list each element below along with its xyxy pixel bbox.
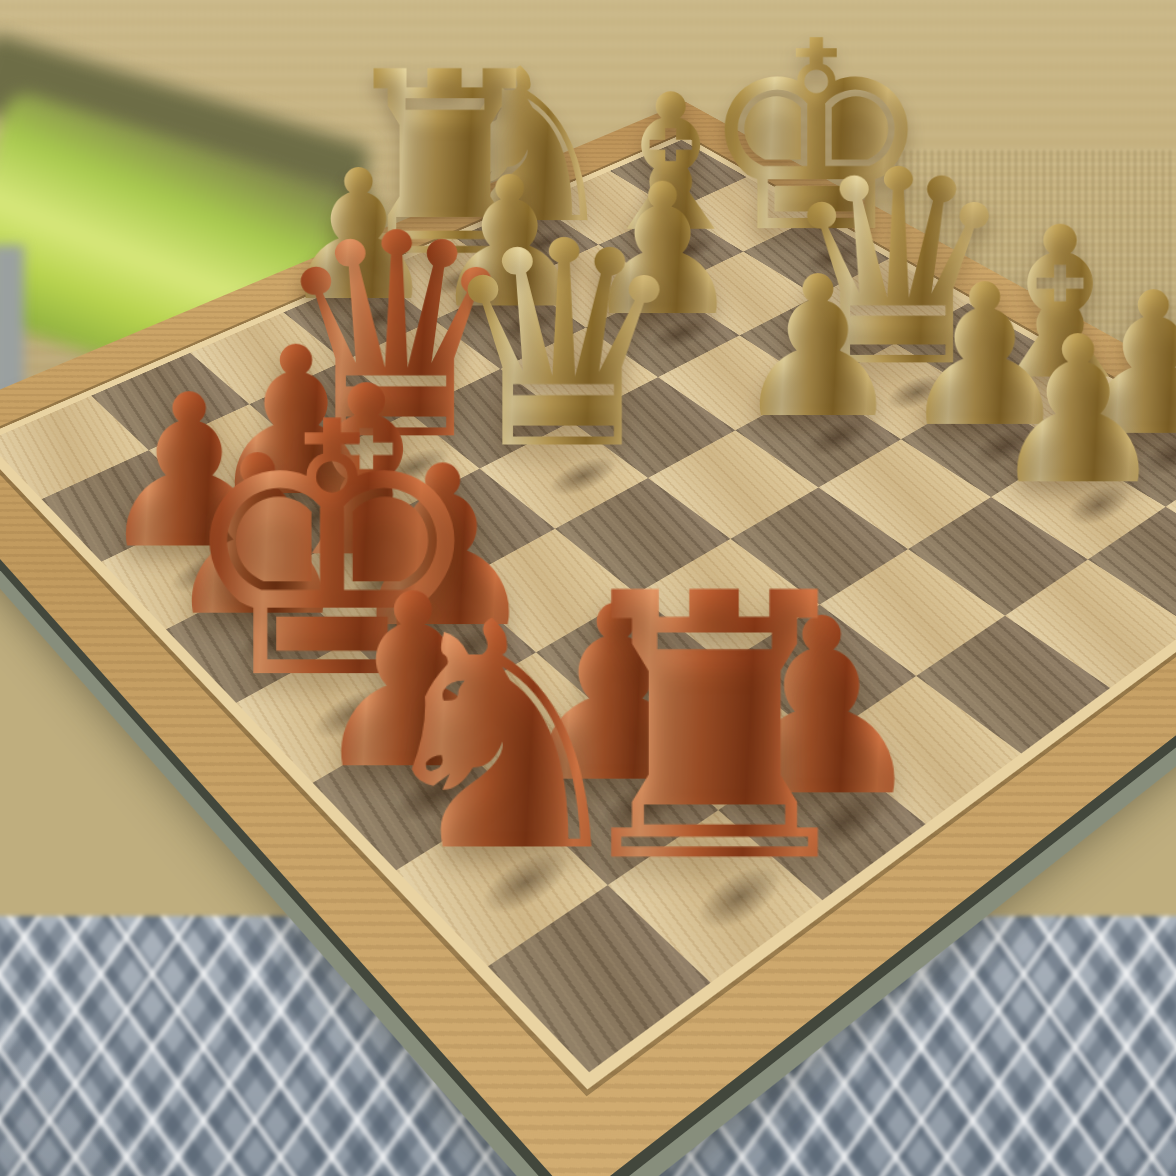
pawn-glyph: ♟ xyxy=(987,315,1169,508)
board-pieces: ♟♜♞♟♝♟♚♛♟♛♟♝♟♟♟♟♛♟♝♚♟♟♞♟♜♟ xyxy=(0,140,1176,1072)
scene-3d: ♟♜♞♟♝♟♚♛♟♛♟♝♟♟♟♟♛♟♝♚♟♟♞♟♜♟ xyxy=(0,0,1176,1176)
chess-board: ♟♜♞♟♝♟♚♛♟♛♟♝♟♟♟♟♛♟♝♚♟♟♞♟♜♟ xyxy=(0,101,1176,1176)
photo-stage: ♟♜♞♟♝♟♚♛♟♛♟♝♟♟♟♟♛♟♝♚♟♟♞♟♜♟ xyxy=(0,0,1176,1176)
rook-glyph: ♜ xyxy=(550,555,879,903)
pawn-glyph: ♟ xyxy=(731,256,905,441)
